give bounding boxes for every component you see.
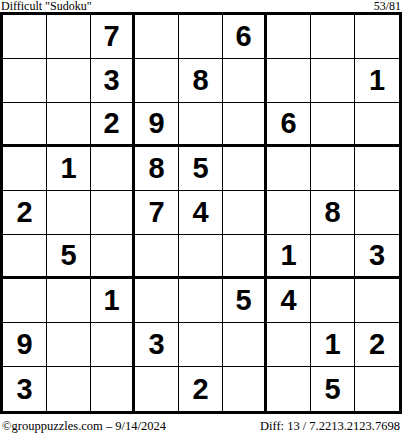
cell-r5c8-given[interactable]: 8	[311, 191, 355, 235]
cell-r7c6-given[interactable]: 5	[223, 279, 267, 323]
cell-r8c4-given[interactable]: 3	[135, 323, 179, 367]
cell-r4c9-empty[interactable]	[355, 147, 399, 191]
cell-r3c3-given[interactable]: 2	[91, 103, 135, 147]
puzzle-title: Difficult "Sudoku"	[1, 0, 92, 12]
cell-r6c9-given[interactable]: 3	[355, 235, 399, 279]
cell-r7c1-empty[interactable]	[3, 279, 47, 323]
cell-r8c8-given[interactable]: 1	[311, 323, 355, 367]
cell-r8c5-empty[interactable]	[179, 323, 223, 367]
cell-r3c9-empty[interactable]	[355, 103, 399, 147]
cell-r2c4-empty[interactable]	[135, 59, 179, 103]
cell-r3c5-empty[interactable]	[179, 103, 223, 147]
cell-r4c5-given[interactable]: 5	[179, 147, 223, 191]
cell-r9c1-given[interactable]: 3	[3, 367, 47, 411]
cell-r8c1-given[interactable]: 9	[3, 323, 47, 367]
cell-r4c8-empty[interactable]	[311, 147, 355, 191]
cell-r8c6-empty[interactable]	[223, 323, 267, 367]
cell-r9c2-empty[interactable]	[47, 367, 91, 411]
cell-r5c7-empty[interactable]	[267, 191, 311, 235]
cell-r5c3-empty[interactable]	[91, 191, 135, 235]
cell-r4c6-empty[interactable]	[223, 147, 267, 191]
cell-r7c7-given[interactable]: 4	[267, 279, 311, 323]
cell-r8c9-given[interactable]: 2	[355, 323, 399, 367]
cell-r9c5-given[interactable]: 2	[179, 367, 223, 411]
sudoku-page: Difficult "Sudoku" 53/81 763812961852748…	[0, 0, 402, 437]
cell-r2c3-given[interactable]: 3	[91, 59, 135, 103]
cell-r2c1-empty[interactable]	[3, 59, 47, 103]
cell-r6c5-empty[interactable]	[179, 235, 223, 279]
cell-r4c7-empty[interactable]	[267, 147, 311, 191]
cell-r3c8-empty[interactable]	[311, 103, 355, 147]
cell-r2c5-given[interactable]: 8	[179, 59, 223, 103]
cell-r1c1-empty[interactable]	[3, 15, 47, 59]
cell-r4c4-given[interactable]: 8	[135, 147, 179, 191]
cell-r4c2-given[interactable]: 1	[47, 147, 91, 191]
cell-r8c2-empty[interactable]	[47, 323, 91, 367]
cell-r9c6-empty[interactable]	[223, 367, 267, 411]
cell-r5c5-given[interactable]: 4	[179, 191, 223, 235]
cell-r9c4-empty[interactable]	[135, 367, 179, 411]
cell-r1c9-empty[interactable]	[355, 15, 399, 59]
cell-r1c2-empty[interactable]	[47, 15, 91, 59]
cell-r4c1-empty[interactable]	[3, 147, 47, 191]
cell-r3c7-given[interactable]: 6	[267, 103, 311, 147]
empty-cell-counter: 53/81	[374, 0, 401, 12]
cell-r3c1-empty[interactable]	[3, 103, 47, 147]
cell-r3c6-empty[interactable]	[223, 103, 267, 147]
cell-r6c1-empty[interactable]	[3, 235, 47, 279]
cell-r7c3-given[interactable]: 1	[91, 279, 135, 323]
cell-r1c5-empty[interactable]	[179, 15, 223, 59]
cell-r6c7-given[interactable]: 1	[267, 235, 311, 279]
cell-r7c9-empty[interactable]	[355, 279, 399, 323]
cell-r2c6-empty[interactable]	[223, 59, 267, 103]
cell-r7c4-empty[interactable]	[135, 279, 179, 323]
cell-r1c7-empty[interactable]	[267, 15, 311, 59]
cell-r6c2-given[interactable]: 5	[47, 235, 91, 279]
cell-r5c2-empty[interactable]	[47, 191, 91, 235]
cell-r9c9-empty[interactable]	[355, 367, 399, 411]
cell-r6c3-empty[interactable]	[91, 235, 135, 279]
cell-r6c4-empty[interactable]	[135, 235, 179, 279]
cell-r1c3-given[interactable]: 7	[91, 15, 135, 59]
footer: ©grouppuzzles.com – 9/14/2024 Diff: 13 /…	[0, 420, 402, 433]
cell-r7c8-empty[interactable]	[311, 279, 355, 323]
cell-r7c5-empty[interactable]	[179, 279, 223, 323]
header: Difficult "Sudoku" 53/81	[0, 0, 402, 12]
cell-r6c6-empty[interactable]	[223, 235, 267, 279]
cell-r3c2-empty[interactable]	[47, 103, 91, 147]
cell-r9c3-empty[interactable]	[91, 367, 135, 411]
cell-r5c1-given[interactable]: 2	[3, 191, 47, 235]
cell-r9c7-empty[interactable]	[267, 367, 311, 411]
cell-r2c8-empty[interactable]	[311, 59, 355, 103]
cell-r9c8-given[interactable]: 5	[311, 367, 355, 411]
cell-r5c4-given[interactable]: 7	[135, 191, 179, 235]
cell-r6c8-empty[interactable]	[311, 235, 355, 279]
cell-r2c2-empty[interactable]	[47, 59, 91, 103]
copyright-text: ©grouppuzzles.com – 9/14/2024	[2, 420, 166, 433]
cell-r1c6-given[interactable]: 6	[223, 15, 267, 59]
cell-r1c8-empty[interactable]	[311, 15, 355, 59]
cell-r5c9-empty[interactable]	[355, 191, 399, 235]
cell-r4c3-empty[interactable]	[91, 147, 135, 191]
difficulty-text: Diff: 13 / 7.2213.2123.7698	[260, 420, 400, 433]
cell-r1c4-empty[interactable]	[135, 15, 179, 59]
cell-r8c3-empty[interactable]	[91, 323, 135, 367]
cell-r7c2-empty[interactable]	[47, 279, 91, 323]
cell-r5c6-empty[interactable]	[223, 191, 267, 235]
cell-r8c7-empty[interactable]	[267, 323, 311, 367]
cell-r2c7-empty[interactable]	[267, 59, 311, 103]
cell-r2c9-given[interactable]: 1	[355, 59, 399, 103]
sudoku-board: 7638129618527485131549312325	[0, 12, 402, 414]
cell-r3c4-given[interactable]: 9	[135, 103, 179, 147]
